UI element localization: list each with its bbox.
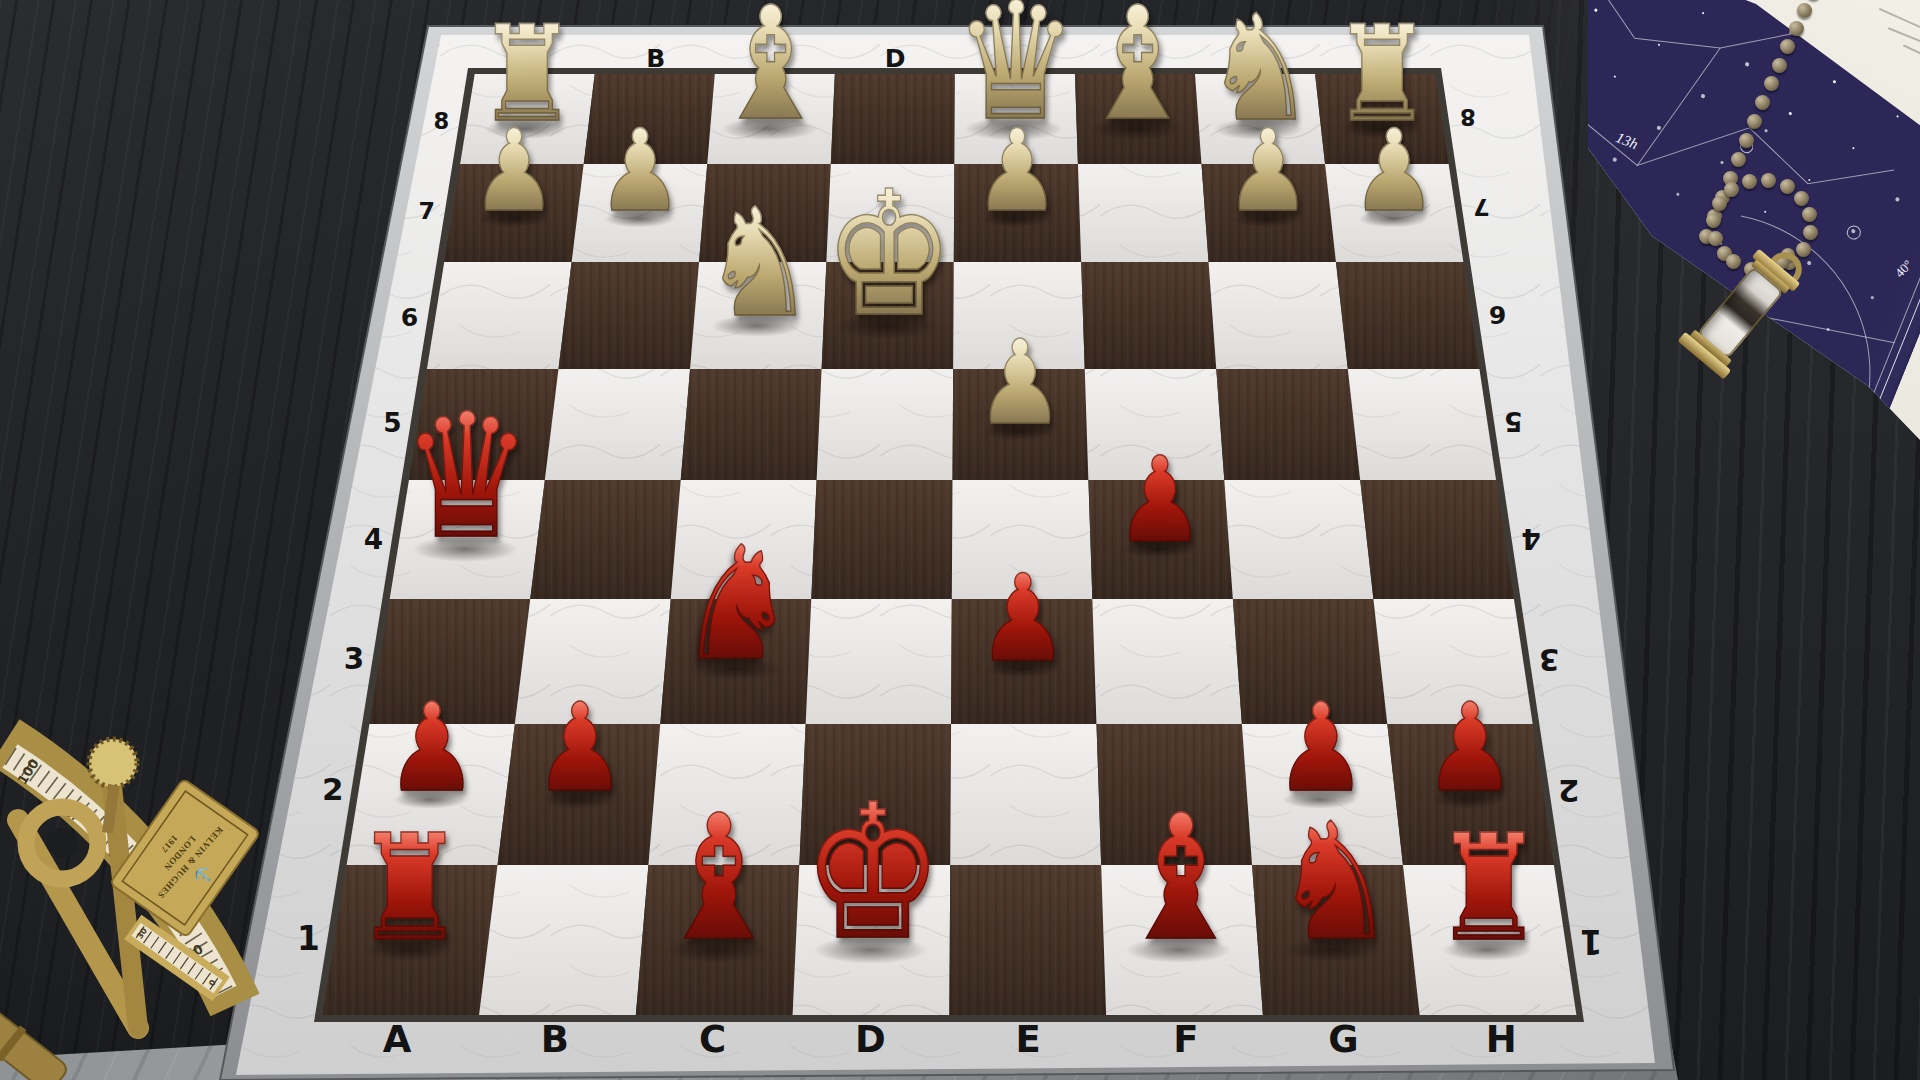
square-veins: [1078, 164, 1209, 262]
file-label-bottom-A: A: [383, 1018, 412, 1061]
square-veins: [515, 599, 671, 724]
square-grain: [822, 262, 954, 369]
square-veins: [1403, 865, 1576, 1015]
square-grain: [699, 164, 831, 262]
square-grain: [1233, 599, 1387, 724]
square-veins: [1085, 369, 1225, 480]
rank-label-right-8: 8: [1460, 104, 1476, 130]
square-veins: [1348, 369, 1496, 480]
square-grain: [949, 865, 1106, 1015]
square-grain: [954, 164, 1081, 262]
square-grain: [660, 599, 811, 724]
square-grain: [1075, 74, 1202, 164]
tabletop-scene: 14h13h12h40°50°Nebula ⊕ or Cluster12345 …: [0, 0, 1920, 1080]
square-grain: [799, 724, 951, 865]
square-veins: [707, 74, 835, 164]
square-veins: [427, 262, 572, 369]
square-veins: [1224, 480, 1373, 599]
square-grain: [1096, 724, 1252, 865]
square-veins: [817, 369, 954, 480]
rank-label-left-3: 3: [344, 642, 364, 676]
square-grain: [951, 599, 1096, 724]
square-veins: [648, 724, 805, 865]
square-veins: [1101, 865, 1263, 1015]
square-veins: [1325, 164, 1463, 262]
square-grain: [831, 74, 955, 164]
square-grain: [1252, 865, 1420, 1015]
square-grain: [811, 480, 952, 599]
rank-label-left-8: 8: [434, 108, 450, 134]
square-veins: [1195, 74, 1325, 164]
square-veins: [671, 480, 817, 599]
square-grain: [498, 724, 661, 865]
square-grain: [530, 480, 681, 599]
square-veins: [806, 599, 952, 724]
square-veins: [950, 724, 1101, 865]
rank-label-left-7: 7: [419, 197, 436, 225]
square-veins: [1092, 599, 1242, 724]
square-veins: [953, 262, 1085, 369]
rank-label-left-4: 4: [364, 523, 383, 556]
square-grain: [444, 164, 583, 262]
square-veins: [1242, 724, 1403, 865]
square-veins: [1373, 599, 1532, 724]
file-label-bottom-E: E: [1015, 1018, 1040, 1061]
rank-label-right-4: 4: [1521, 522, 1540, 555]
square-grain: [1336, 262, 1479, 369]
square-veins: [479, 865, 648, 1015]
rank-label-right-7: 7: [1473, 193, 1490, 221]
square-veins: [690, 262, 826, 369]
rank-label-right-1: 1: [1580, 922, 1603, 960]
sextant: 10090807060⚓KELVIN & HUGHESLONDON1917030: [0, 690, 330, 1080]
rank-label-right-2: 2: [1558, 773, 1580, 809]
square-grain: [1360, 480, 1514, 599]
rank-label-right-3: 3: [1539, 642, 1559, 676]
square-grain: [953, 369, 1089, 480]
square-grain: [636, 865, 799, 1015]
square-veins: [545, 369, 690, 480]
file-label-top-D: D: [885, 44, 906, 73]
square-grain: [558, 262, 699, 369]
rank-label-right-5: 5: [1504, 406, 1522, 437]
rank-label-right-6: 6: [1489, 300, 1506, 329]
square-veins: [390, 480, 545, 599]
square-veins: [572, 164, 708, 262]
square-grain: [1088, 480, 1232, 599]
file-label-bottom-F: F: [1173, 1018, 1198, 1061]
file-label-top-B: B: [646, 44, 665, 73]
file-label-bottom-B: B: [541, 1018, 569, 1061]
square-grain: [1315, 74, 1449, 164]
file-label-bottom-C: C: [699, 1018, 726, 1061]
square-veins: [1209, 262, 1348, 369]
sextant-telescope: [0, 967, 71, 1080]
square-grain: [322, 865, 497, 1015]
square-grain: [369, 599, 530, 724]
square-grain: [1387, 724, 1554, 865]
square-veins: [954, 74, 1078, 164]
square-grain: [1216, 369, 1360, 480]
square-grain: [681, 369, 822, 480]
square-grain: [409, 369, 559, 480]
square-veins: [347, 724, 515, 865]
square-veins: [793, 865, 951, 1015]
square-grain: [1081, 262, 1216, 369]
file-label-bottom-D: D: [855, 1018, 886, 1061]
square-veins: [826, 164, 954, 262]
square-grain: [1201, 164, 1335, 262]
file-label-bottom-G: G: [1328, 1018, 1358, 1061]
rank-label-left-6: 6: [401, 303, 418, 332]
rank-label-left-5: 5: [383, 407, 401, 438]
file-label-bottom-H: H: [1486, 1018, 1517, 1061]
square-veins: [460, 74, 595, 164]
square-veins: [952, 480, 1093, 599]
square-grain: [584, 74, 715, 164]
